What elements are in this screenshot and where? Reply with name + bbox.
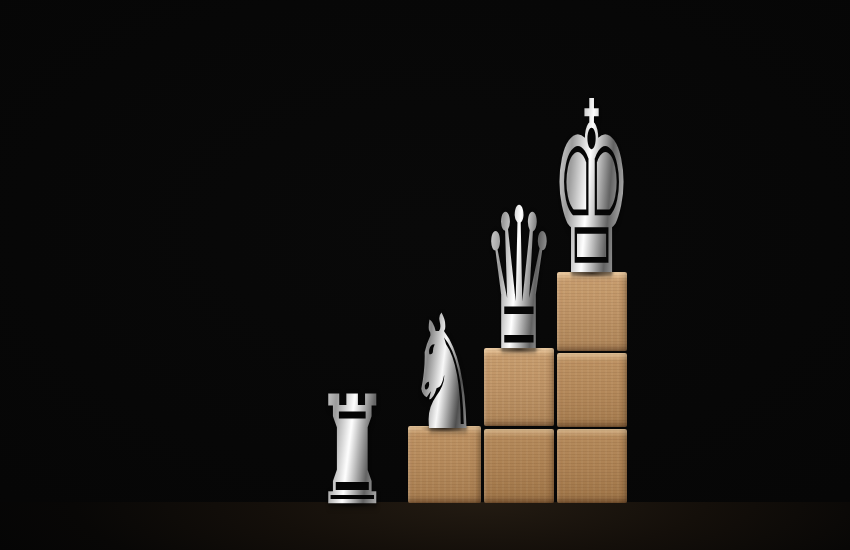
- rook-piece: ♜: [310, 376, 394, 504]
- king-piece: ♚: [552, 71, 632, 274]
- queen-piece: ♛: [477, 182, 561, 349]
- wooden-block-queen-bottom: [484, 429, 554, 503]
- queen-glyph: ♛: [482, 182, 556, 378]
- chess-staircase-scene: ♜ ♞ ♛ ♚: [0, 0, 850, 550]
- knight-glyph: ♞: [409, 294, 480, 452]
- knight-piece: ♞: [402, 294, 486, 429]
- rook-glyph: ♜: [314, 376, 391, 526]
- wooden-block-king-bottom: [557, 429, 627, 503]
- king-glyph: ♚: [551, 71, 633, 309]
- wooden-block-king-middle: [557, 353, 627, 427]
- floor-surface: [0, 502, 850, 550]
